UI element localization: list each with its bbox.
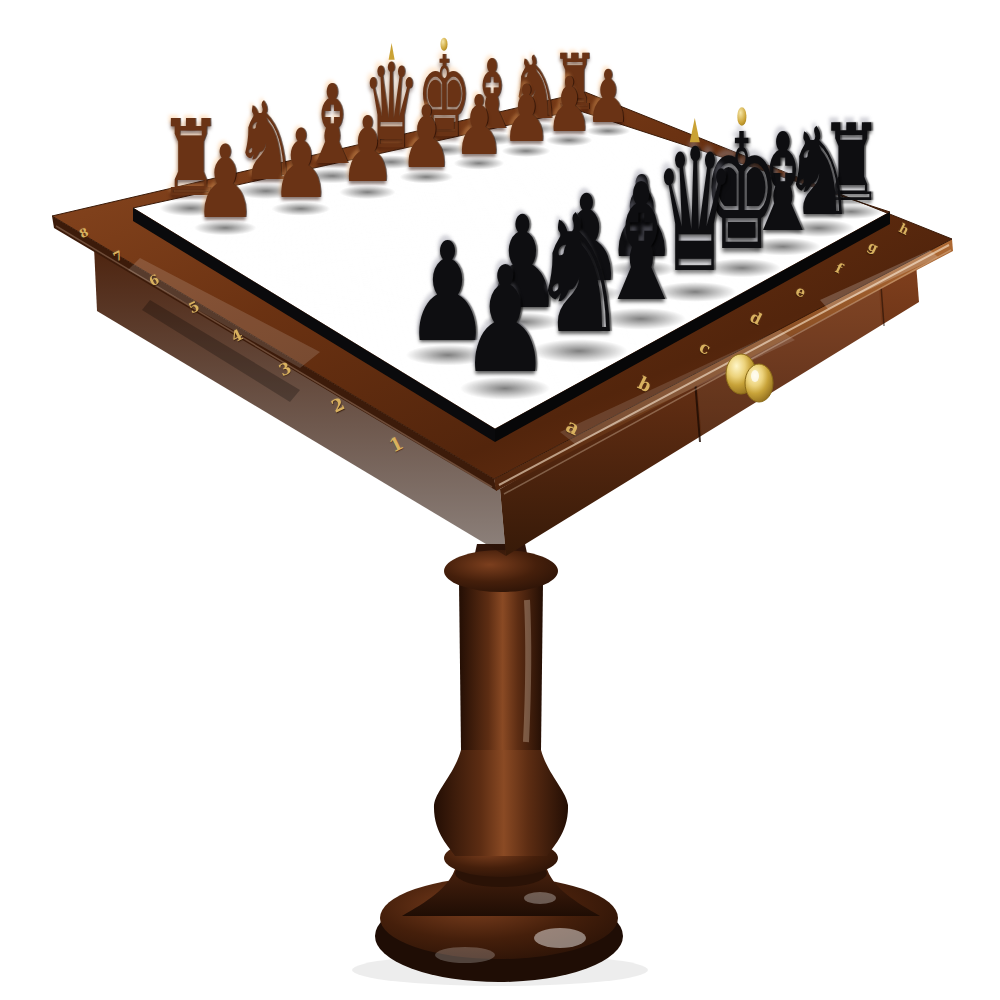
gold-ball-finial-icon — [441, 38, 448, 50]
piece-brown-pawn-d7[interactable]: ♟ — [400, 94, 453, 180]
chess-table-photo: 12345678abcdefgh ♜♞♝♛♚♝♞♜♟♟♟♟♟♟♟♟♟♟♟♟♟♞♝… — [0, 0, 1000, 1000]
gold-cone-finial-icon — [388, 43, 394, 60]
gold-cone-finial-icon — [690, 118, 700, 142]
piece-brown-pawn-f7[interactable]: ♟ — [502, 76, 551, 155]
base-glint3-icon — [524, 892, 556, 904]
piece-brown-pawn-e7[interactable]: ♟ — [454, 85, 505, 167]
base-glint2-icon — [435, 947, 495, 963]
piece-black-pawn-a1[interactable]: ♟ — [460, 248, 551, 395]
piece-brown-pawn-g7[interactable]: ♟ — [546, 68, 593, 144]
piece-brown-pawn-c7[interactable]: ♟ — [339, 105, 395, 195]
pedestal-capital-ring — [444, 550, 558, 592]
gold-ball-finial-icon — [737, 108, 747, 126]
piece-brown-pawn-a7[interactable]: ♟ — [194, 132, 256, 233]
knob-glint-icon — [751, 370, 759, 382]
drawer-knob[interactable] — [745, 364, 773, 402]
pedestal-bulb — [434, 750, 568, 856]
piece-brown-pawn-b7[interactable]: ♟ — [271, 118, 330, 213]
base-glint-icon — [534, 928, 586, 948]
pedestal-neck-highlight — [526, 600, 528, 742]
